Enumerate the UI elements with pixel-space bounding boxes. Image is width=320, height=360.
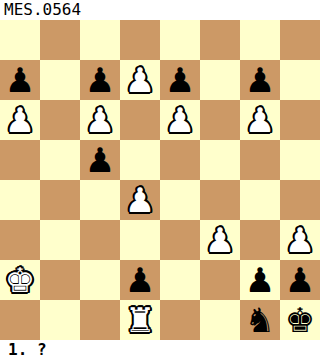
square-g8[interactable] [240, 20, 280, 60]
white-pawn: ♟ [85, 100, 115, 140]
square-f5[interactable] [200, 140, 240, 180]
white-pawn: ♟ [5, 100, 35, 140]
square-b7[interactable] [40, 60, 80, 100]
black-pawn: ♟ [165, 60, 195, 100]
black-pawn: ♟ [85, 140, 115, 180]
square-c8[interactable] [80, 20, 120, 60]
square-h1[interactable]: ♚ [280, 300, 320, 340]
black-knight: ♞ [245, 300, 275, 340]
square-g2[interactable]: ♟ [240, 260, 280, 300]
square-b1[interactable] [40, 300, 80, 340]
diagram-title: MES.0564 [0, 0, 320, 20]
square-b5[interactable] [40, 140, 80, 180]
square-c6[interactable]: ♟ [80, 100, 120, 140]
square-a4[interactable] [0, 180, 40, 220]
square-h8[interactable] [280, 20, 320, 60]
square-g6[interactable]: ♟ [240, 100, 280, 140]
square-d5[interactable] [120, 140, 160, 180]
black-pawn: ♟ [245, 260, 275, 300]
square-e5[interactable] [160, 140, 200, 180]
square-d7[interactable]: ♟ [120, 60, 160, 100]
square-h4[interactable] [280, 180, 320, 220]
square-h6[interactable] [280, 100, 320, 140]
square-h3[interactable]: ♟ [280, 220, 320, 260]
square-g4[interactable] [240, 180, 280, 220]
black-king: ♚ [285, 300, 315, 340]
white-pawn: ♟ [245, 100, 275, 140]
square-c7[interactable]: ♟ [80, 60, 120, 100]
square-b2[interactable] [40, 260, 80, 300]
square-e7[interactable]: ♟ [160, 60, 200, 100]
square-a3[interactable] [0, 220, 40, 260]
square-e6[interactable]: ♟ [160, 100, 200, 140]
square-g3[interactable] [240, 220, 280, 260]
black-pawn: ♟ [125, 260, 155, 300]
square-b4[interactable] [40, 180, 80, 220]
white-king: ♚ [5, 260, 35, 300]
square-g1[interactable]: ♞ [240, 300, 280, 340]
square-d4[interactable]: ♟ [120, 180, 160, 220]
square-d2[interactable]: ♟ [120, 260, 160, 300]
white-pawn: ♟ [165, 100, 195, 140]
square-h7[interactable] [280, 60, 320, 100]
square-a8[interactable] [0, 20, 40, 60]
square-f3[interactable]: ♟ [200, 220, 240, 260]
square-e4[interactable] [160, 180, 200, 220]
black-pawn: ♟ [5, 60, 35, 100]
square-d1[interactable]: ♜ [120, 300, 160, 340]
square-d8[interactable] [120, 20, 160, 60]
square-c4[interactable] [80, 180, 120, 220]
square-a1[interactable] [0, 300, 40, 340]
square-d3[interactable] [120, 220, 160, 260]
square-c3[interactable] [80, 220, 120, 260]
square-f7[interactable] [200, 60, 240, 100]
white-rook: ♜ [125, 300, 155, 340]
white-pawn: ♟ [125, 180, 155, 220]
square-c1[interactable] [80, 300, 120, 340]
square-e1[interactable] [160, 300, 200, 340]
square-c2[interactable] [80, 260, 120, 300]
black-pawn: ♟ [245, 60, 275, 100]
square-a6[interactable]: ♟ [0, 100, 40, 140]
square-g5[interactable] [240, 140, 280, 180]
white-pawn: ♟ [205, 220, 235, 260]
square-f2[interactable] [200, 260, 240, 300]
square-g7[interactable]: ♟ [240, 60, 280, 100]
white-pawn: ♟ [285, 220, 315, 260]
square-h5[interactable] [280, 140, 320, 180]
black-pawn: ♟ [285, 260, 315, 300]
square-a5[interactable] [0, 140, 40, 180]
black-pawn: ♟ [85, 60, 115, 100]
square-h2[interactable]: ♟ [280, 260, 320, 300]
square-f6[interactable] [200, 100, 240, 140]
square-a2[interactable]: ♚ [0, 260, 40, 300]
square-b6[interactable] [40, 100, 80, 140]
chess-board: ♟♟♟♟♟♟♟♟♟♟♟♟♟♚♟♟♟♜♞♚ [0, 20, 320, 340]
chess-diagram: MES.0564 ♟♟♟♟♟♟♟♟♟♟♟♟♟♚♟♟♟♜♞♚ 1. ? [0, 0, 320, 360]
white-pawn: ♟ [125, 60, 155, 100]
move-prompt: 1. ? [0, 340, 320, 360]
square-e8[interactable] [160, 20, 200, 60]
square-c5[interactable]: ♟ [80, 140, 120, 180]
square-e2[interactable] [160, 260, 200, 300]
square-f8[interactable] [200, 20, 240, 60]
square-b3[interactable] [40, 220, 80, 260]
square-b8[interactable] [40, 20, 80, 60]
square-e3[interactable] [160, 220, 200, 260]
square-a7[interactable]: ♟ [0, 60, 40, 100]
square-d6[interactable] [120, 100, 160, 140]
square-f1[interactable] [200, 300, 240, 340]
square-f4[interactable] [200, 180, 240, 220]
